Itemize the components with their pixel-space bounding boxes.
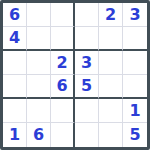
cell-r1c1-given-6[interactable]: 6 bbox=[3, 3, 27, 27]
cell-r1c6-given-3[interactable]: 3 bbox=[123, 3, 147, 27]
cell-r2c6-empty[interactable] bbox=[123, 27, 147, 51]
cell-r3c1-empty[interactable] bbox=[3, 51, 27, 75]
cell-r3c2-empty[interactable] bbox=[27, 51, 51, 75]
cell-r1c4-empty[interactable] bbox=[75, 3, 99, 27]
cell-r2c2-empty[interactable] bbox=[27, 27, 51, 51]
cell-r5c3-empty[interactable] bbox=[51, 99, 75, 123]
cell-r5c2-empty[interactable] bbox=[27, 99, 51, 123]
cell-r1c2-empty[interactable] bbox=[27, 3, 51, 27]
cell-r3c5-empty[interactable] bbox=[99, 51, 123, 75]
cell-r6c6-given-5[interactable]: 5 bbox=[123, 123, 147, 147]
cell-r4c5-empty[interactable] bbox=[99, 75, 123, 99]
sudoku-board: 623423651165 bbox=[0, 0, 150, 150]
cell-r3c6-empty[interactable] bbox=[123, 51, 147, 75]
cell-r5c6-given-1[interactable]: 1 bbox=[123, 99, 147, 123]
cell-r5c4-empty[interactable] bbox=[75, 99, 99, 123]
cell-r6c3-empty[interactable] bbox=[51, 123, 75, 147]
cell-r4c1-empty[interactable] bbox=[3, 75, 27, 99]
cell-r6c5-empty[interactable] bbox=[99, 123, 123, 147]
cell-r3c4-given-3[interactable]: 3 bbox=[75, 51, 99, 75]
cell-r4c6-empty[interactable] bbox=[123, 75, 147, 99]
cell-r2c5-empty[interactable] bbox=[99, 27, 123, 51]
cell-r2c3-empty[interactable] bbox=[51, 27, 75, 51]
cell-r5c5-empty[interactable] bbox=[99, 99, 123, 123]
cell-r4c3-given-6[interactable]: 6 bbox=[51, 75, 75, 99]
cell-r3c3-given-2[interactable]: 2 bbox=[51, 51, 75, 75]
cell-r4c2-empty[interactable] bbox=[27, 75, 51, 99]
cell-r6c1-given-1[interactable]: 1 bbox=[3, 123, 27, 147]
cell-r4c4-given-5[interactable]: 5 bbox=[75, 75, 99, 99]
cell-r5c1-empty[interactable] bbox=[3, 99, 27, 123]
cell-r6c4-empty[interactable] bbox=[75, 123, 99, 147]
cell-r2c4-empty[interactable] bbox=[75, 27, 99, 51]
cell-r1c3-empty[interactable] bbox=[51, 3, 75, 27]
cell-r6c2-given-6[interactable]: 6 bbox=[27, 123, 51, 147]
cell-r2c1-given-4[interactable]: 4 bbox=[3, 27, 27, 51]
cell-r1c5-given-2[interactable]: 2 bbox=[99, 3, 123, 27]
